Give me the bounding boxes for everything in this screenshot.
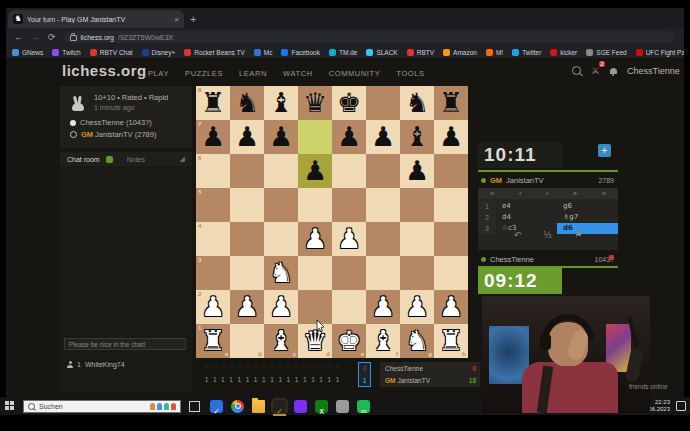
tab-title: Your turn - Play GM JanistanTV — [27, 16, 170, 23]
black-piece-b[interactable]: ♝ — [400, 120, 434, 154]
square-c6[interactable] — [264, 154, 298, 188]
bookmark-item[interactable]: RBTV — [407, 49, 434, 56]
square-d1[interactable]: ♛d — [298, 324, 332, 358]
square-d6[interactable]: ♟ — [298, 154, 332, 188]
new-tab-button[interactable]: + — [190, 13, 196, 25]
online-dot — [481, 257, 486, 262]
black-color-icon — [70, 131, 77, 138]
lichess-logo[interactable]: lichess.org — [62, 62, 147, 79]
move-nav-icon-3[interactable]: » — [573, 188, 577, 199]
taskbar-apps: ✓✓x≈ — [210, 400, 370, 413]
white-player-row[interactable]: ChessTienne 1043? — [478, 253, 618, 265]
move-row: 2d4♗g7 — [478, 212, 618, 223]
move-white[interactable]: d4 — [496, 212, 557, 223]
bookmark-item[interactable]: GNews — [12, 49, 43, 56]
square-c3[interactable]: ♞ — [264, 256, 298, 290]
square-h1[interactable]: ♜h — [434, 324, 468, 358]
black-player-row[interactable]: GM JanistanTV 2789 — [478, 174, 618, 186]
bookmark-favicon — [486, 49, 493, 56]
username-menu[interactable]: ChessTienne — [627, 66, 680, 76]
tab-chat-room[interactable]: Chat room — [67, 156, 100, 163]
screen: ♞ Your turn - Play GM JanistanTV × + ← →… — [0, 0, 690, 431]
file-coordinate: h — [462, 351, 466, 357]
url-path: /9Z3ZT5W0wE3X — [118, 34, 173, 41]
bookmark-favicon — [512, 49, 519, 56]
square-d8[interactable]: ♛ — [298, 86, 332, 120]
bookmark-item[interactable]: Twitch — [52, 49, 80, 56]
square-a4[interactable]: 4 — [196, 222, 230, 256]
square-e1[interactable]: ♚e — [332, 324, 366, 358]
square-f6[interactable] — [366, 154, 400, 188]
white-piece-p[interactable]: ♟ — [400, 290, 434, 324]
square-b6[interactable] — [230, 154, 264, 188]
bookmark-favicon — [550, 49, 557, 56]
browser-toolbar: ← → ⟳ lichess.org/9Z3ZT5W0wE3X — [6, 28, 684, 46]
nav-item-watch[interactable]: WATCH — [283, 69, 313, 78]
taskbar-icon-xbox[interactable]: x — [315, 400, 328, 413]
square-h4[interactable] — [434, 222, 468, 256]
square-c5[interactable] — [264, 188, 298, 222]
moretime-button[interactable]: + — [598, 144, 611, 157]
bookmark-item[interactable]: M! — [486, 49, 503, 56]
black-player-label: GMJanistanTV (2789) — [81, 130, 156, 139]
square-e6[interactable] — [332, 154, 366, 188]
friends-online-label: friends online — [629, 383, 668, 390]
bookmark-favicon — [254, 49, 261, 56]
bookmark-favicon — [443, 49, 450, 56]
black-piece-p[interactable]: ♟ — [230, 120, 264, 154]
taskbar-icon-recycle-bin[interactable] — [336, 400, 349, 413]
bookmark-item[interactable]: SGE Feed — [586, 49, 626, 56]
chat-resize-icon[interactable]: ◢ — [180, 155, 185, 163]
rank-coordinate: 5 — [198, 189, 201, 195]
black-rating: 2789 — [598, 177, 614, 184]
move-black[interactable]: ♗g7 — [557, 212, 618, 223]
site-nav: PLAYPUZZLESLEARNWATCHCOMMUNITYTOOLS — [148, 69, 425, 78]
search-placeholder: Suchen — [39, 403, 146, 410]
square-h8[interactable]: ♜ — [434, 86, 468, 120]
square-f1[interactable]: ♝f — [366, 324, 400, 358]
white-piece-p[interactable]: ♟ — [264, 290, 298, 324]
square-g5[interactable] — [400, 188, 434, 222]
online-dot — [481, 178, 486, 183]
file-coordinate: f — [396, 351, 398, 357]
white-piece-p[interactable]: ♟ — [366, 290, 400, 324]
move-black[interactable]: g6 — [557, 201, 618, 212]
forward-button[interactable]: → — [31, 32, 40, 42]
resign-button[interactable]: ⚑ — [574, 230, 582, 240]
rank-coordinate: 8 — [198, 87, 201, 93]
bookmark-favicon — [366, 49, 373, 56]
bookmark-favicon — [52, 49, 59, 56]
bookmark-favicon — [329, 49, 336, 56]
file-coordinate: g — [428, 351, 432, 357]
bookmark-favicon — [586, 49, 593, 56]
spectator-icon — [67, 361, 73, 368]
task-view-button[interactable] — [189, 401, 200, 412]
white-piece-p[interactable]: ♟ — [298, 222, 332, 256]
spectator-count: 1 — [77, 361, 81, 368]
notifications-bell-icon[interactable] — [610, 68, 617, 74]
square-a3[interactable]: 3 — [196, 256, 230, 290]
bookmarks-bar: GNewsTwitchRBTV ChatDisney+Rocket Beans … — [6, 46, 684, 58]
white-player-label: ChessTienne (1043?) — [80, 118, 152, 127]
bookmark-item[interactable]: UFC Fight Pass — [636, 49, 684, 56]
square-c4[interactable] — [264, 222, 298, 256]
crosstable-black-scores: 11111111111111111 — [204, 376, 340, 383]
notification-center-icon[interactable] — [676, 401, 686, 411]
bookmark-item[interactable]: Twitter — [512, 49, 541, 56]
square-g8[interactable]: ♞ — [400, 86, 434, 120]
black-title: GM — [490, 176, 502, 185]
lock-icon — [70, 35, 77, 41]
bookmark-item[interactable]: Mc — [254, 49, 273, 56]
white-clock: 09:12 — [478, 268, 562, 294]
square-b8[interactable]: ♞ — [230, 86, 264, 120]
square-f8[interactable] — [366, 86, 400, 120]
square-h3[interactable] — [434, 256, 468, 290]
square-c1[interactable]: ♝c — [264, 324, 298, 358]
square-g4[interactable] — [400, 222, 434, 256]
square-d4[interactable]: ♟ — [298, 222, 332, 256]
taskbar-icon-spotify[interactable]: ≈ — [357, 400, 370, 413]
square-e2[interactable] — [332, 290, 366, 324]
url-domain: lichess.org — [81, 34, 114, 41]
people-icons — [150, 403, 176, 410]
square-a6[interactable]: 6 — [196, 154, 230, 188]
taskbar-icon-file-explorer[interactable] — [252, 400, 265, 413]
square-g6[interactable]: ♟ — [400, 154, 434, 188]
square-h7[interactable]: ♟ — [434, 120, 468, 154]
square-a8[interactable]: ♜8 — [196, 86, 230, 120]
black-piece-p[interactable]: ♟ — [298, 154, 332, 188]
square-g3[interactable] — [400, 256, 434, 290]
crosstable: 00000000000000000 11111111111111111 0 1 … — [196, 362, 480, 388]
square-f3[interactable] — [366, 256, 400, 290]
bookmark-item[interactable]: Amazon — [443, 49, 477, 56]
chat-toggle-icon[interactable] — [106, 156, 113, 163]
square-e4[interactable]: ♟ — [332, 222, 366, 256]
crosstable-row-white[interactable]: ChessTienne 0 — [385, 363, 476, 374]
rank-coordinate: 6 — [198, 155, 201, 161]
white-color-icon — [70, 120, 76, 126]
spectator-list: 1 WhiteKing74 — [67, 361, 125, 368]
chat-input[interactable]: Please be nice in the chat! — [64, 338, 186, 350]
black-piece-r[interactable]: ♜ — [434, 86, 468, 120]
black-piece-p[interactable]: ♟ — [434, 120, 468, 154]
square-e8[interactable]: ♚ — [332, 86, 366, 120]
square-g1[interactable]: ♞g — [400, 324, 434, 358]
reload-button[interactable]: ⟳ — [48, 32, 56, 42]
white-piece-n[interactable]: ♞ — [264, 256, 298, 290]
browser-tab[interactable]: ♞ Your turn - Play GM JanistanTV × — [8, 10, 184, 28]
square-f5[interactable] — [366, 188, 400, 222]
square-c2[interactable]: ♟ — [264, 290, 298, 324]
lichess-favicon-icon: ♞ — [13, 14, 23, 24]
square-e7[interactable]: ♟ — [332, 120, 366, 154]
move-nav-icon-1[interactable]: ‹ — [519, 188, 521, 199]
square-a7[interactable]: ♟7 — [196, 120, 230, 154]
white-piece-p[interactable]: ♟ — [332, 222, 366, 256]
bookmark-item[interactable]: kicker — [550, 49, 577, 56]
square-b5[interactable] — [230, 188, 264, 222]
square-d2[interactable] — [298, 290, 332, 324]
file-coordinate: e — [361, 351, 364, 357]
black-piece-p[interactable]: ♟ — [332, 120, 366, 154]
player-row-white[interactable]: ChessTienne (1043?) — [70, 118, 152, 127]
square-d5[interactable] — [298, 188, 332, 222]
crosstable-white-scores: 00000000000000000 — [204, 363, 340, 370]
taskbar-icon-chrome[interactable] — [231, 400, 244, 413]
square-d7[interactable] — [298, 120, 332, 154]
red-indicator-icon — [609, 255, 614, 260]
white-name: ChessTienne — [490, 255, 534, 264]
chat-panel: Chat room Notes ◢ Please be nice in the … — [60, 152, 192, 392]
move-nav-icon-2[interactable]: › — [546, 188, 548, 199]
crosstable-row-black[interactable]: GM JanistanTV 18 — [385, 375, 476, 386]
black-piece-p[interactable]: ♟ — [400, 154, 434, 188]
bookmark-favicon — [90, 49, 97, 56]
game-meta-box: 10+10 • Rated • Rapid 1 minute ago Chess… — [60, 86, 192, 148]
square-b4[interactable] — [230, 222, 264, 256]
white-piece-b[interactable]: ♝ — [366, 324, 400, 358]
bookmark-item[interactable]: Facebook — [281, 49, 320, 56]
nav-item-puzzles[interactable]: PUZZLES — [185, 69, 223, 78]
webcam-overlay — [482, 296, 650, 413]
windows-search-box[interactable]: Suchen — [23, 400, 181, 413]
bookmark-favicon — [636, 49, 643, 56]
square-h2[interactable]: ♟ — [434, 290, 468, 324]
current-white-score: 0 — [359, 363, 370, 375]
url-bar[interactable]: lichess.org/9Z3ZT5W0wE3X — [64, 31, 674, 43]
square-f4[interactable] — [366, 222, 400, 256]
player-row-black[interactable]: GMJanistanTV (2789) — [70, 130, 156, 139]
move-row: 1e4g6 — [478, 201, 618, 212]
file-coordinate: b — [258, 351, 262, 357]
crosstable-current-game[interactable]: 0 1 — [358, 362, 371, 387]
black-name: JanistanTV — [506, 176, 544, 185]
square-h6[interactable] — [434, 154, 468, 188]
nav-item-tools[interactable]: TOOLS — [396, 69, 424, 78]
challenges-icon[interactable]: ⚔2 — [591, 65, 600, 76]
rapid-rabbit-icon — [70, 96, 86, 112]
crosstable-names: ChessTienne 0 GM JanistanTV 18 — [380, 362, 480, 387]
rank-coordinate: 7 — [198, 121, 201, 127]
black-piece-n[interactable]: ♞ — [400, 86, 434, 120]
square-e3[interactable] — [332, 256, 366, 290]
white-piece-p[interactable]: ♟ — [230, 290, 264, 324]
search-icon[interactable] — [572, 66, 581, 75]
file-coordinate: c — [293, 351, 296, 357]
square-a5[interactable]: 5 — [196, 188, 230, 222]
black-piece-q[interactable]: ♛ — [298, 86, 332, 120]
black-piece-p[interactable]: ♟ — [366, 120, 400, 154]
move-white[interactable]: e4 — [496, 201, 557, 212]
move-nav-icon-4[interactable]: ≡ — [602, 188, 606, 199]
bookmark-favicon — [281, 49, 288, 56]
square-a1[interactable]: ♜a1 — [196, 324, 230, 358]
browser-tabstrip: ♞ Your turn - Play GM JanistanTV × + — [6, 8, 684, 28]
draw-offer-button[interactable]: ½ — [543, 230, 552, 240]
square-a2[interactable]: ♟2 — [196, 290, 230, 324]
square-g7[interactable]: ♝ — [400, 120, 434, 154]
tab-notes[interactable]: Notes — [127, 156, 145, 163]
square-b1[interactable]: b — [230, 324, 264, 358]
back-button[interactable]: ← — [14, 32, 23, 42]
move-nav: «‹›»≡ — [478, 188, 618, 199]
white-piece-p[interactable]: ♟ — [434, 290, 468, 324]
game-actions: ↶½⚑ — [478, 228, 618, 242]
bookmark-item[interactable]: SLACK — [366, 49, 397, 56]
bookmark-item[interactable]: Disney+ — [142, 49, 176, 56]
square-e5[interactable] — [332, 188, 366, 222]
black-clock: 10:11 — [478, 142, 562, 168]
streamer-torso — [522, 362, 618, 413]
bookmark-item[interactable]: RBTV Chat — [90, 49, 133, 56]
black-clock-bar — [478, 170, 618, 172]
taskbar-icon-active-app[interactable]: ✓ — [273, 400, 286, 413]
bookmark-favicon — [142, 49, 149, 56]
nav-item-learn[interactable]: LEARN — [239, 69, 267, 78]
chess-board: ♜8♞♝♛♚♞♜♟7♟♟♟♟♝♟6♟♟54♟♟3♞♟2♟♟♟♟♟♜a1b♝c♛d… — [196, 86, 468, 358]
square-b7[interactable]: ♟ — [230, 120, 264, 154]
square-h5[interactable] — [434, 188, 468, 222]
black-piece-k[interactable]: ♚ — [332, 86, 366, 120]
bookmark-favicon — [12, 49, 19, 56]
mouse-cursor — [316, 320, 325, 332]
tab-close-icon[interactable]: × — [174, 15, 179, 24]
nav-right: ⚔2 ChessTienne — [572, 65, 680, 76]
rank-coordinate: 1 — [198, 325, 201, 331]
nav-item-play[interactable]: PLAY — [148, 69, 169, 78]
bookmark-item[interactable]: Rocket Beans TV — [184, 49, 244, 56]
square-c7[interactable]: ♟ — [264, 120, 298, 154]
square-d3[interactable] — [298, 256, 332, 290]
takeback-button[interactable]: ↶ — [514, 230, 522, 240]
search-icon — [28, 403, 35, 410]
square-c8[interactable]: ♝ — [264, 86, 298, 120]
square-f2[interactable]: ♟ — [366, 290, 400, 324]
square-f7[interactable]: ♟ — [366, 120, 400, 154]
time-control-label: 10+10 • Rated • Rapid — [94, 93, 168, 102]
rank-coordinate: 3 — [198, 257, 201, 263]
bookmark-item[interactable]: TM.de — [329, 49, 357, 56]
taskbar-icon-todo-app[interactable]: ✓ — [210, 400, 223, 413]
square-g2[interactable]: ♟ — [400, 290, 434, 324]
black-piece-b[interactable]: ♝ — [264, 86, 298, 120]
rank-coordinate: 4 — [198, 223, 201, 229]
challenge-badge: 2 — [599, 61, 605, 67]
taskbar-icon-purple-app[interactable] — [294, 400, 307, 413]
black-piece-p[interactable]: ♟ — [264, 120, 298, 154]
square-b3[interactable] — [230, 256, 264, 290]
bookmark-favicon — [184, 49, 191, 56]
file-coordinate: d — [326, 351, 330, 357]
game-started-label: 1 minute ago — [94, 104, 134, 111]
current-black-score: 1 — [359, 375, 370, 386]
nav-item-community[interactable]: COMMUNITY — [329, 69, 381, 78]
move-nav-icon-0[interactable]: « — [490, 188, 494, 199]
square-b2[interactable]: ♟ — [230, 290, 264, 324]
start-button[interactable] — [5, 401, 15, 411]
bookmark-favicon — [407, 49, 414, 56]
black-piece-n[interactable]: ♞ — [230, 86, 264, 120]
file-coordinate: a — [225, 351, 228, 357]
rank-coordinate: 2 — [198, 291, 201, 297]
headphone-earcup — [540, 334, 551, 350]
spectator-name[interactable]: WhiteKing74 — [85, 361, 125, 368]
